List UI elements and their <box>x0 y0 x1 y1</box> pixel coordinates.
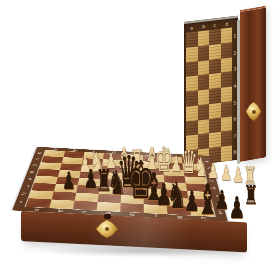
board-square <box>198 30 210 46</box>
board-square <box>209 58 221 74</box>
board-square <box>198 119 210 135</box>
chess-set-photo: abcd 12345678 abcdefgh abcdefgh 87654321… <box>0 0 280 280</box>
chessboard-squares <box>26 150 215 216</box>
light-p-piece: ♟ <box>232 165 244 186</box>
board-square <box>186 31 198 47</box>
board-square <box>198 45 210 61</box>
light-p-piece: ♟ <box>220 163 232 184</box>
board-square <box>186 135 198 151</box>
clasp-center-dot <box>252 110 256 114</box>
board-square <box>221 72 233 88</box>
upright-board-face: abcd 12345678 <box>184 16 238 166</box>
board-square <box>221 42 233 58</box>
dark-p-piece: ♟ <box>229 193 246 223</box>
board-square <box>221 28 233 44</box>
board-square <box>221 87 233 103</box>
board-square <box>221 146 233 162</box>
board-square <box>186 105 198 121</box>
file-label: a <box>187 24 196 32</box>
folded-board-upright: abcd 12345678 <box>184 10 268 162</box>
board-square <box>221 57 233 73</box>
board-square <box>221 101 233 117</box>
light-r-piece: ♜ <box>243 164 256 188</box>
board-square <box>209 117 221 133</box>
board-square <box>186 91 198 107</box>
board-square <box>198 134 210 150</box>
board-square <box>198 74 210 90</box>
file-label: d <box>222 20 231 28</box>
board-square <box>198 60 210 76</box>
board-square <box>198 89 210 105</box>
file-label: c <box>210 21 219 29</box>
board-square <box>186 76 198 92</box>
board-square <box>209 44 221 60</box>
clasp-slot <box>104 214 111 219</box>
clasp-center-dot <box>105 227 109 231</box>
board-square <box>221 116 233 132</box>
file-label: b <box>199 22 208 30</box>
board-square <box>209 29 221 45</box>
board-square <box>209 73 221 89</box>
board-square <box>209 103 221 119</box>
board-square <box>221 131 233 147</box>
case-spine <box>240 5 266 162</box>
board-square <box>209 88 221 104</box>
upright-checkerboard <box>186 28 232 166</box>
board-square <box>209 132 221 148</box>
board-square <box>198 104 210 120</box>
dark-r-piece: ♜ <box>244 182 258 208</box>
board-square <box>186 61 198 77</box>
rank-label: 1 <box>214 208 227 217</box>
board-square <box>186 46 198 62</box>
board-square <box>186 120 198 136</box>
open-chessboard: abcdefgh abcdefgh 87654321 87654321 <box>12 147 228 222</box>
